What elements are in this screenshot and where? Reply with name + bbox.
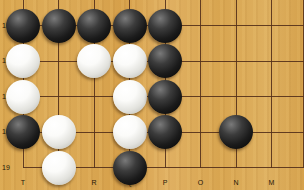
stone-white-Q17[interactable] (113, 80, 147, 114)
stone-white-T16[interactable] (6, 44, 40, 78)
stone-white-S18[interactable] (42, 115, 76, 149)
column-label-T: T (21, 179, 25, 187)
go-app-screenshot: 1516171819TSRQPONM (0, 0, 304, 190)
stone-black-R15[interactable] (77, 9, 111, 43)
column-label-M: M (269, 179, 275, 187)
stone-black-T15[interactable] (6, 9, 40, 43)
stone-black-N18[interactable] (219, 115, 253, 149)
stone-black-P16[interactable] (148, 44, 182, 78)
go-board[interactable]: 1516171819TSRQPONM (0, 0, 304, 190)
column-label-R: R (91, 179, 96, 187)
column-label-P: P (163, 179, 168, 187)
stone-black-Q19[interactable] (113, 151, 147, 185)
row-label-19: 19 (2, 164, 10, 172)
stone-white-R16[interactable] (77, 44, 111, 78)
stone-white-Q18[interactable] (113, 115, 147, 149)
stone-black-Q15[interactable] (113, 9, 147, 43)
stone-black-P17[interactable] (148, 80, 182, 114)
stone-black-P18[interactable] (148, 115, 182, 149)
stone-black-S15[interactable] (42, 9, 76, 43)
stone-black-P15[interactable] (148, 9, 182, 43)
stone-white-S19[interactable] (42, 151, 76, 185)
column-label-O: O (198, 179, 203, 187)
stone-black-T18[interactable] (6, 115, 40, 149)
column-label-N: N (233, 179, 238, 187)
stone-white-Q16[interactable] (113, 44, 147, 78)
stone-white-T17[interactable] (6, 80, 40, 114)
